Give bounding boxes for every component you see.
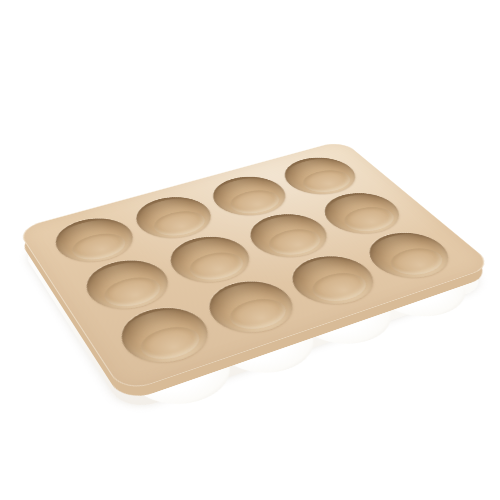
muffin-pan [16, 140, 495, 394]
muffin-cup [108, 299, 221, 372]
muffin-cup [45, 211, 145, 269]
muffin-cup [355, 225, 464, 286]
muffin-cup [278, 248, 388, 313]
muffin-cup [75, 253, 181, 318]
muffin-cup [159, 230, 264, 291]
cup-grid [38, 149, 471, 378]
product-photo-background [0, 0, 500, 500]
muffin-cup [196, 273, 308, 342]
